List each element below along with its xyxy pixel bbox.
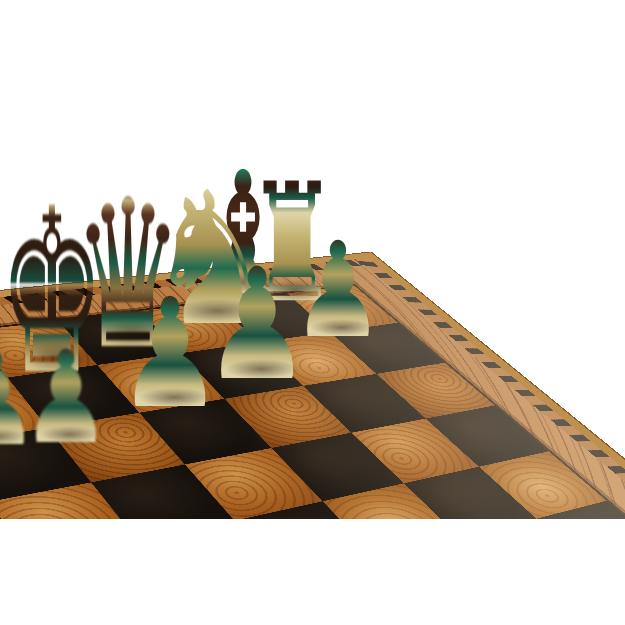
product-photo: ♟♚♟♛♟♝♞♟♜♟ (0, 0, 625, 625)
piece-pawn-e2[interactable]: ♟ (117, 279, 223, 430)
photo-bottom-crop (0, 519, 625, 625)
piece-pawn-c2[interactable]: ♟ (0, 336, 39, 464)
